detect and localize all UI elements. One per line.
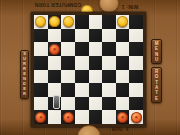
red-checker[interactable]: ● — [49, 44, 60, 55]
square-r3c1[interactable] — [34, 42, 48, 56]
square-r2c2[interactable] — [48, 29, 62, 43]
square-r5c6[interactable] — [102, 70, 116, 84]
square-r6c4[interactable] — [75, 83, 89, 97]
square-r2c4[interactable] — [75, 29, 89, 43]
yellow-checker[interactable]: ● — [35, 16, 46, 27]
square-r6c8[interactable] — [129, 83, 143, 97]
yellow-checker[interactable]: ● — [63, 16, 74, 27]
square-r6c5[interactable] — [89, 83, 103, 97]
square-r1c8[interactable] — [129, 15, 143, 29]
square-r5c7[interactable] — [116, 70, 130, 84]
plank-letter: R — [23, 92, 26, 97]
square-r6c6[interactable] — [102, 83, 116, 97]
square-r3c7[interactable] — [116, 42, 130, 56]
menu-button[interactable]: MENU — [151, 39, 162, 64]
square-r1c3[interactable]: ● — [61, 15, 75, 29]
square-r3c8[interactable] — [129, 42, 143, 56]
square-r7c8[interactable] — [129, 97, 143, 111]
square-r7c6[interactable] — [102, 97, 116, 111]
red-checker[interactable]: ● — [131, 112, 142, 123]
computer-turn-label: COMPUTER TURN — [34, 2, 82, 8]
square-r4c2[interactable] — [48, 56, 62, 70]
square-r1c2[interactable]: ● — [48, 15, 62, 29]
square-r3c4[interactable] — [75, 42, 89, 56]
checkers-game: COMPUTER TURN WIN: 1 ● ●●●●●●●●● SURREND… — [0, 0, 180, 135]
square-r5c2[interactable] — [48, 70, 62, 84]
square-r8c6[interactable] — [102, 110, 116, 124]
square-r2c5[interactable] — [89, 29, 103, 43]
square-r5c4[interactable] — [75, 70, 89, 84]
square-r7c3[interactable] — [61, 97, 75, 111]
square-r2c6[interactable] — [102, 29, 116, 43]
square-r6c7[interactable] — [116, 83, 130, 97]
square-r4c3[interactable] — [61, 56, 75, 70]
square-r5c3[interactable] — [61, 70, 75, 84]
red-checker[interactable]: ● — [63, 112, 74, 123]
square-r2c7[interactable] — [116, 29, 130, 43]
square-r8c5[interactable] — [89, 110, 103, 124]
square-r6c1[interactable] — [34, 83, 48, 97]
square-r4c8[interactable] — [129, 56, 143, 70]
red-checker[interactable]: ● — [117, 112, 128, 123]
square-r3c5[interactable] — [89, 42, 103, 56]
square-r5c5[interactable] — [89, 70, 103, 84]
square-r6c3[interactable] — [61, 83, 75, 97]
square-r4c6[interactable] — [102, 56, 116, 70]
square-r4c4[interactable] — [75, 56, 89, 70]
square-r4c1[interactable] — [34, 56, 48, 70]
square-r8c8[interactable]: ● — [129, 110, 143, 124]
square-r2c8[interactable] — [129, 29, 143, 43]
square-r8c3[interactable]: ● — [61, 110, 75, 124]
square-r5c1[interactable] — [34, 70, 48, 84]
square-r2c1[interactable] — [34, 29, 48, 43]
board-frame: ●●●●●●●●● — [31, 12, 146, 127]
player-win-counter: WIN: 4 — [103, 126, 137, 132]
plank-letter: U — [155, 57, 158, 62]
square-r8c2[interactable] — [48, 110, 62, 124]
square-r3c6[interactable] — [102, 42, 116, 56]
square-r7c1[interactable] — [34, 97, 48, 111]
square-r8c4[interactable] — [75, 110, 89, 124]
square-r3c3[interactable] — [61, 42, 75, 56]
yellow-checker[interactable]: ● — [117, 16, 128, 27]
square-r1c5[interactable] — [89, 15, 103, 29]
square-r1c7[interactable]: ● — [116, 15, 130, 29]
yellow-checker[interactable]: ● — [49, 16, 60, 27]
surrender-button[interactable]: SURRENDER — [20, 50, 29, 99]
square-r7c4[interactable] — [75, 97, 89, 111]
square-r2c3[interactable] — [61, 29, 75, 43]
square-r1c1[interactable]: ● — [34, 15, 48, 29]
square-r7c5[interactable] — [89, 97, 103, 111]
checkers-board[interactable]: ●●●●●●●●● — [34, 15, 143, 124]
square-r8c1[interactable]: ● — [34, 110, 48, 124]
square-r7c7[interactable] — [116, 97, 130, 111]
square-r3c2[interactable]: ● — [48, 42, 62, 56]
square-r1c6[interactable] — [102, 15, 116, 29]
square-r4c5[interactable] — [89, 56, 103, 70]
rotate-button[interactable]: ROTATE — [151, 67, 162, 103]
red-checker[interactable]: ● — [35, 112, 46, 123]
square-r5c8[interactable] — [129, 70, 143, 84]
square-r8c7[interactable]: ● — [116, 110, 130, 124]
square-r1c4[interactable] — [75, 15, 89, 29]
square-r4c7[interactable] — [116, 56, 130, 70]
cursor — [53, 95, 60, 109]
plank-letter: E — [155, 96, 158, 101]
